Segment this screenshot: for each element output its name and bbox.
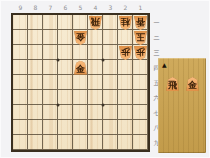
board-square[interactable] [13,105,28,120]
board-square[interactable] [88,75,103,90]
board-square[interactable] [103,135,118,150]
file-label: 4 [88,3,103,12]
board-square[interactable] [43,105,58,120]
board-square[interactable] [28,45,43,60]
star-point-icon [57,59,60,62]
board-square[interactable] [73,15,88,30]
board-square[interactable] [58,120,73,135]
board-square[interactable] [28,135,43,150]
file-label: 6 [58,3,73,12]
file-label: 5 [73,3,88,12]
board-square[interactable] [73,120,88,135]
file-label: 7 [43,3,58,12]
board-square[interactable] [133,90,148,105]
board-square[interactable] [43,90,58,105]
board-square[interactable] [103,75,118,90]
board-piece[interactable]: 歩 [134,46,147,60]
file-label: 3 [103,3,118,12]
board-square[interactable] [58,30,73,45]
board-square[interactable] [118,120,133,135]
board-square[interactable] [88,90,103,105]
board-square[interactable] [28,60,43,75]
piece-kanji: 香 [134,16,147,30]
board-square[interactable] [43,15,58,30]
board-piece[interactable]: 桂 [119,16,132,30]
board-square[interactable] [28,30,43,45]
board-square[interactable] [58,90,73,105]
piece-kanji: 歩 [119,46,132,60]
piece-kanji: 金 [74,31,87,45]
board-square[interactable] [73,90,88,105]
board-square[interactable] [73,135,88,150]
board-square[interactable] [103,105,118,120]
board-square[interactable] [58,135,73,150]
board-square[interactable] [13,15,28,30]
board-square[interactable] [103,60,118,75]
board-square[interactable] [118,30,133,45]
board-piece[interactable]: 歩 [119,46,132,60]
board-square[interactable] [133,135,148,150]
board-square[interactable] [73,45,88,60]
board-square[interactable] [73,75,88,90]
board-square[interactable] [88,60,103,75]
tsume-diagram: 987654321 飛桂香金玉歩歩金 一二三四五六七八九 ▲ 飛金 [0,0,210,158]
board-square[interactable] [118,60,133,75]
board-square[interactable] [133,105,148,120]
file-label: 2 [118,3,133,12]
board-square[interactable] [43,60,58,75]
shogi-board: 飛桂香金玉歩歩金 [11,13,150,152]
board-square[interactable] [43,75,58,90]
board-square[interactable] [28,90,43,105]
board-piece[interactable]: 玉 [134,31,147,45]
board-square[interactable] [43,135,58,150]
board-square[interactable] [103,30,118,45]
star-point-icon [102,59,105,62]
board-square[interactable] [43,30,58,45]
board-square[interactable] [13,30,28,45]
board-square[interactable] [133,60,148,75]
board-square[interactable] [118,75,133,90]
board-square[interactable] [118,135,133,150]
board-square[interactable] [43,120,58,135]
board-square[interactable] [28,105,43,120]
board-square[interactable] [13,60,28,75]
board-square[interactable] [133,120,148,135]
board-piece[interactable]: 金 [74,61,87,75]
board-square[interactable] [88,30,103,45]
board-square[interactable] [88,135,103,150]
star-point-icon [57,104,60,107]
board-square[interactable] [58,45,73,60]
board-square[interactable] [13,135,28,150]
board-piece[interactable]: 金 [74,31,87,45]
board-square[interactable] [103,90,118,105]
piece-kanji: 桂 [119,16,132,30]
board-square[interactable] [58,75,73,90]
board-square[interactable] [13,90,28,105]
rank-label: 二 [152,30,161,45]
board-square[interactable] [58,105,73,120]
board-square[interactable] [13,120,28,135]
hand-piece[interactable]: 飛 [166,77,179,91]
piece-kanji: 金 [186,77,199,91]
board-square[interactable] [58,15,73,30]
star-point-icon [102,104,105,107]
board-square[interactable] [28,75,43,90]
sente-hand-stand: ▲ 飛金 [158,58,206,153]
board-square[interactable] [28,120,43,135]
board-square[interactable] [13,45,28,60]
board-square[interactable] [88,45,103,60]
board-square[interactable] [58,60,73,75]
board-piece[interactable]: 香 [134,16,147,30]
piece-kanji: 飛 [166,77,179,91]
file-label: 8 [28,3,43,12]
board-square[interactable] [43,45,58,60]
board-square[interactable] [103,15,118,30]
piece-kanji: 歩 [134,46,147,60]
board-square[interactable] [88,105,103,120]
file-label: 9 [13,3,28,12]
piece-kanji: 玉 [134,31,147,45]
board-square[interactable] [73,105,88,120]
board-square[interactable] [13,75,28,90]
board-square[interactable] [103,45,118,60]
board-square[interactable] [118,90,133,105]
board-piece[interactable]: 飛 [89,16,102,30]
board-square[interactable] [28,15,43,30]
file-labels: 987654321 [13,3,148,12]
file-label: 1 [133,3,148,12]
board-square[interactable] [118,105,133,120]
sente-triangle-icon: ▲ [162,61,167,68]
piece-kanji: 金 [74,61,87,75]
board-square[interactable] [133,75,148,90]
rank-label: 一 [152,15,161,30]
board-square[interactable] [88,120,103,135]
board-square[interactable] [103,120,118,135]
hand-piece[interactable]: 金 [186,77,199,91]
piece-kanji: 飛 [89,16,102,30]
